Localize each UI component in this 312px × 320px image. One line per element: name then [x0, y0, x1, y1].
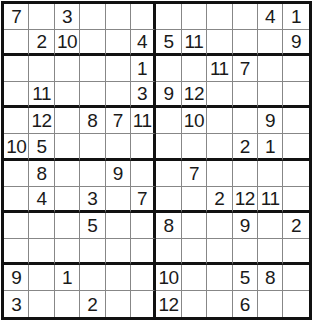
- cell-r5c9[interactable]: [207, 108, 232, 134]
- cell-r2c7[interactable]: 5: [156, 30, 181, 56]
- cell-r9c5[interactable]: [106, 213, 131, 239]
- sudoku-page: 7341210451191117113912128711109105218974…: [0, 0, 312, 320]
- cell-r1c11[interactable]: 4: [258, 4, 283, 30]
- cell-r2c9[interactable]: [207, 30, 232, 56]
- cell-r3c12[interactable]: [283, 56, 308, 82]
- cell-r6c3[interactable]: [55, 134, 80, 160]
- cell-r10c2[interactable]: [29, 239, 54, 265]
- cell-r7c3[interactable]: [55, 161, 80, 187]
- cell-r8c1[interactable]: [4, 187, 29, 213]
- cell-r6c6[interactable]: [131, 134, 156, 160]
- cell-r8c5[interactable]: [106, 187, 131, 213]
- cell-r10c9[interactable]: [207, 239, 232, 265]
- cell-r5c10[interactable]: [233, 108, 258, 134]
- cell-r1c9[interactable]: [207, 4, 232, 30]
- cell-r1c6[interactable]: [131, 4, 156, 30]
- cell-r3c5[interactable]: [106, 56, 131, 82]
- cell-r2c6[interactable]: 4: [131, 30, 156, 56]
- cell-r12c10[interactable]: 6: [233, 291, 258, 317]
- cell-r3c10[interactable]: 7: [233, 56, 258, 82]
- cell-r11c8[interactable]: [182, 265, 207, 291]
- cell-r4c11[interactable]: [258, 82, 283, 108]
- cell-r11c11[interactable]: 8: [258, 265, 283, 291]
- cell-r10c6[interactable]: [131, 239, 156, 265]
- cell-r1c1[interactable]: 7: [4, 4, 29, 30]
- cell-r4c6[interactable]: 3: [131, 82, 156, 108]
- cell-r8c11[interactable]: 11: [258, 187, 283, 213]
- cell-r4c2[interactable]: 11: [29, 82, 54, 108]
- cell-r5c7[interactable]: [156, 108, 181, 134]
- cell-r2c4[interactable]: [80, 30, 105, 56]
- cell-r7c11[interactable]: [258, 161, 283, 187]
- cell-r3c11[interactable]: [258, 56, 283, 82]
- cell-r11c10[interactable]: 5: [233, 265, 258, 291]
- cell-r4c4[interactable]: [80, 82, 105, 108]
- cell-r3c2[interactable]: [29, 56, 54, 82]
- cell-r9c3[interactable]: [55, 213, 80, 239]
- cell-r1c5[interactable]: [106, 4, 131, 30]
- cell-r9c4[interactable]: 5: [80, 213, 105, 239]
- cell-r7c6[interactable]: [131, 161, 156, 187]
- cell-r8c9[interactable]: 2: [207, 187, 232, 213]
- cell-r7c7[interactable]: [156, 161, 181, 187]
- cell-r8c6[interactable]: 7: [131, 187, 156, 213]
- cell-r8c10[interactable]: 12: [233, 187, 258, 213]
- cell-r12c11[interactable]: [258, 291, 283, 317]
- cell-r9c1[interactable]: [4, 213, 29, 239]
- cell-r3c7[interactable]: [156, 56, 181, 82]
- cell-r6c5[interactable]: [106, 134, 131, 160]
- cell-r9c9[interactable]: [207, 213, 232, 239]
- cell-r6c9[interactable]: [207, 134, 232, 160]
- cell-r11c3[interactable]: 1: [55, 265, 80, 291]
- cell-r9c2[interactable]: [29, 213, 54, 239]
- cell-r2c2[interactable]: 2: [29, 30, 54, 56]
- cell-r11c7[interactable]: 10: [156, 265, 181, 291]
- cell-r3c4[interactable]: [80, 56, 105, 82]
- cell-r5c8[interactable]: 10: [182, 108, 207, 134]
- cell-r10c12[interactable]: [283, 239, 308, 265]
- cell-r6c8[interactable]: [182, 134, 207, 160]
- cell-r11c4[interactable]: [80, 265, 105, 291]
- cell-r6c11[interactable]: 1: [258, 134, 283, 160]
- cell-r4c5[interactable]: [106, 82, 131, 108]
- cell-r4c8[interactable]: 12: [182, 82, 207, 108]
- cell-r2c12[interactable]: 9: [283, 30, 308, 56]
- cell-r4c7[interactable]: 9: [156, 82, 181, 108]
- cell-r9c11[interactable]: [258, 213, 283, 239]
- cell-r5c5[interactable]: 7: [106, 108, 131, 134]
- cell-r5c12[interactable]: [283, 108, 308, 134]
- cell-r11c6[interactable]: [131, 265, 156, 291]
- cell-r12c8[interactable]: [182, 291, 207, 317]
- cell-r6c7[interactable]: [156, 134, 181, 160]
- cell-r10c8[interactable]: [182, 239, 207, 265]
- cell-r6c4[interactable]: [80, 134, 105, 160]
- cell-r12c6[interactable]: [131, 291, 156, 317]
- cell-r5c6[interactable]: 11: [131, 108, 156, 134]
- cell-r2c10[interactable]: [233, 30, 258, 56]
- cell-r1c10[interactable]: [233, 4, 258, 30]
- cell-r9c10[interactable]: 9: [233, 213, 258, 239]
- cell-r6c10[interactable]: 2: [233, 134, 258, 160]
- cell-r8c12[interactable]: [283, 187, 308, 213]
- cell-r1c7[interactable]: [156, 4, 181, 30]
- cell-r2c11[interactable]: [258, 30, 283, 56]
- cell-r7c8[interactable]: 7: [182, 161, 207, 187]
- cell-r10c3[interactable]: [55, 239, 80, 265]
- cell-r3c3[interactable]: [55, 56, 80, 82]
- cell-r1c12[interactable]: 1: [283, 4, 308, 30]
- cell-r5c4[interactable]: 8: [80, 108, 105, 134]
- cell-r5c1[interactable]: [4, 108, 29, 134]
- cell-r8c8[interactable]: [182, 187, 207, 213]
- cell-r8c7[interactable]: [156, 187, 181, 213]
- cell-r5c3[interactable]: [55, 108, 80, 134]
- cell-r4c12[interactable]: [283, 82, 308, 108]
- cell-r12c4[interactable]: 2: [80, 291, 105, 317]
- cell-r3c6[interactable]: 1: [131, 56, 156, 82]
- cell-r4c3[interactable]: [55, 82, 80, 108]
- sudoku-board: 7341210451191117113912128711109105218974…: [1, 1, 312, 320]
- cell-r1c3[interactable]: 3: [55, 4, 80, 30]
- cell-r10c7[interactable]: [156, 239, 181, 265]
- cell-r7c5[interactable]: 9: [106, 161, 131, 187]
- cell-r7c2[interactable]: 8: [29, 161, 54, 187]
- cell-r12c3[interactable]: [55, 291, 80, 317]
- cell-r12c1[interactable]: 3: [4, 291, 29, 317]
- cell-r11c1[interactable]: 9: [4, 265, 29, 291]
- cell-r12c12[interactable]: [283, 291, 308, 317]
- cell-r8c3[interactable]: [55, 187, 80, 213]
- cell-r1c4[interactable]: [80, 4, 105, 30]
- cell-r2c3[interactable]: 10: [55, 30, 80, 56]
- cell-r10c5[interactable]: [106, 239, 131, 265]
- cell-r5c11[interactable]: 9: [258, 108, 283, 134]
- cell-r1c2[interactable]: [29, 4, 54, 30]
- cell-r9c7[interactable]: 8: [156, 213, 181, 239]
- cell-r8c2[interactable]: 4: [29, 187, 54, 213]
- cell-r11c12[interactable]: [283, 265, 308, 291]
- cell-r6c1[interactable]: 10: [4, 134, 29, 160]
- cell-r2c5[interactable]: [106, 30, 131, 56]
- cell-r9c6[interactable]: [131, 213, 156, 239]
- cell-r7c1[interactable]: [4, 161, 29, 187]
- cell-r2c8[interactable]: 11: [182, 30, 207, 56]
- cell-r4c1[interactable]: [4, 82, 29, 108]
- cell-r4c9[interactable]: [207, 82, 232, 108]
- cell-r7c4[interactable]: [80, 161, 105, 187]
- cell-r5c2[interactable]: 12: [29, 108, 54, 134]
- cell-r6c2[interactable]: 5: [29, 134, 54, 160]
- cell-r12c2[interactable]: [29, 291, 54, 317]
- cell-r12c7[interactable]: 12: [156, 291, 181, 317]
- cell-r11c9[interactable]: [207, 265, 232, 291]
- cell-r12c9[interactable]: [207, 291, 232, 317]
- cell-r4c10[interactable]: [233, 82, 258, 108]
- cell-r3c9[interactable]: 11: [207, 56, 232, 82]
- cell-r9c12[interactable]: 2: [283, 213, 308, 239]
- cell-r10c11[interactable]: [258, 239, 283, 265]
- cell-r1c8[interactable]: [182, 4, 207, 30]
- cell-r10c4[interactable]: [80, 239, 105, 265]
- cell-r2c1[interactable]: [4, 30, 29, 56]
- cell-r11c5[interactable]: [106, 265, 131, 291]
- cell-r11c2[interactable]: [29, 265, 54, 291]
- cell-r10c10[interactable]: [233, 239, 258, 265]
- cell-r8c4[interactable]: 3: [80, 187, 105, 213]
- cell-r7c9[interactable]: [207, 161, 232, 187]
- cell-r6c12[interactable]: [283, 134, 308, 160]
- cell-r7c10[interactable]: [233, 161, 258, 187]
- cell-r10c1[interactable]: [4, 239, 29, 265]
- cell-r9c8[interactable]: [182, 213, 207, 239]
- cell-r12c5[interactable]: [106, 291, 131, 317]
- cell-r3c1[interactable]: [4, 56, 29, 82]
- cell-r3c8[interactable]: [182, 56, 207, 82]
- cell-r7c12[interactable]: [283, 161, 308, 187]
